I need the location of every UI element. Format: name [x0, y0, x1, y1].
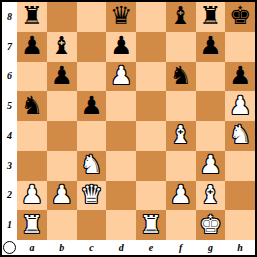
black-knight-a5[interactable]: ♞ [21, 93, 43, 118]
square-b6[interactable]: ♟ [47, 62, 77, 92]
square-b2[interactable]: ♟ [47, 181, 77, 211]
white-king-g1[interactable]: ♚ [199, 212, 221, 237]
square-b1[interactable] [47, 210, 77, 240]
white-pawn-a2[interactable]: ♟ [21, 182, 43, 207]
square-d6[interactable]: ♟ [106, 62, 136, 92]
square-g1[interactable]: ♚ [196, 210, 226, 240]
white-pawn-h5[interactable]: ♟ [229, 93, 251, 118]
black-knight-f6[interactable]: ♞ [169, 63, 191, 88]
square-e8[interactable] [136, 2, 166, 32]
rank-label-1: 1 [2, 210, 17, 240]
file-label-a: a [17, 240, 47, 255]
black-rook-a8[interactable]: ♜ [21, 3, 43, 28]
square-d1[interactable] [106, 210, 136, 240]
square-h3[interactable] [225, 151, 255, 181]
white-rook-a1[interactable]: ♜ [21, 212, 43, 237]
square-g3[interactable]: ♟ [196, 151, 226, 181]
black-pawn-c5[interactable]: ♟ [80, 93, 102, 118]
white-queen-c2[interactable]: ♛ [80, 182, 102, 207]
white-pawn-b2[interactable]: ♟ [50, 182, 72, 207]
square-a4[interactable] [17, 121, 47, 151]
chess-diagram: 8♜♛♝♜♚7♟♝♟♟6♟♟♞♟5♞♟♟4♝♞3♞♟2♟♟♛♟♝1♜♜♚abcd… [0, 0, 257, 257]
rank-label-4: 4 [2, 121, 17, 151]
square-a2[interactable]: ♟ [17, 181, 47, 211]
square-c6[interactable] [77, 62, 107, 92]
square-g8[interactable]: ♜ [196, 2, 226, 32]
square-a5[interactable]: ♞ [17, 91, 47, 121]
square-h7[interactable] [225, 32, 255, 62]
square-b7[interactable]: ♝ [47, 32, 77, 62]
file-label-g: g [196, 240, 226, 255]
black-queen-d8[interactable]: ♛ [110, 3, 132, 28]
file-label-c: c [77, 240, 107, 255]
turn-indicator-cell [2, 240, 17, 255]
square-e1[interactable]: ♜ [136, 210, 166, 240]
black-pawn-a7[interactable]: ♟ [21, 33, 43, 58]
square-h2[interactable] [225, 181, 255, 211]
square-d5[interactable] [106, 91, 136, 121]
square-a1[interactable]: ♜ [17, 210, 47, 240]
file-label-h: h [225, 240, 255, 255]
rank-label-7: 7 [2, 32, 17, 62]
square-g4[interactable] [196, 121, 226, 151]
rank-label-3: 3 [2, 151, 17, 181]
white-to-move-icon [3, 241, 16, 254]
rank-label-5: 5 [2, 91, 17, 121]
square-f5[interactable] [166, 91, 196, 121]
rank-label-6: 6 [2, 62, 17, 92]
square-b8[interactable] [47, 2, 77, 32]
black-king-h8[interactable]: ♚ [229, 3, 251, 28]
black-pawn-b6[interactable]: ♟ [50, 63, 72, 88]
square-d7[interactable]: ♟ [106, 32, 136, 62]
black-bishop-b7[interactable]: ♝ [50, 33, 72, 58]
square-a3[interactable] [17, 151, 47, 181]
square-h5[interactable]: ♟ [225, 91, 255, 121]
white-pawn-f2[interactable]: ♟ [169, 182, 191, 207]
square-h1[interactable] [225, 210, 255, 240]
square-c4[interactable] [77, 121, 107, 151]
white-pawn-g3[interactable]: ♟ [199, 152, 221, 177]
square-g5[interactable] [196, 91, 226, 121]
square-a8[interactable]: ♜ [17, 2, 47, 32]
square-d2[interactable] [106, 181, 136, 211]
square-e2[interactable] [136, 181, 166, 211]
white-bishop-g2[interactable]: ♝ [199, 182, 221, 207]
square-d4[interactable] [106, 121, 136, 151]
square-h8[interactable]: ♚ [225, 2, 255, 32]
rank-label-8: 8 [2, 2, 17, 32]
square-g6[interactable] [196, 62, 226, 92]
square-f3[interactable] [166, 151, 196, 181]
square-h6[interactable]: ♟ [225, 62, 255, 92]
black-bishop-f8[interactable]: ♝ [169, 3, 191, 28]
square-c7[interactable] [77, 32, 107, 62]
square-f8[interactable]: ♝ [166, 2, 196, 32]
square-e3[interactable] [136, 151, 166, 181]
square-c1[interactable] [77, 210, 107, 240]
square-b3[interactable] [47, 151, 77, 181]
board-with-coordinates: 8♜♛♝♜♚7♟♝♟♟6♟♟♞♟5♞♟♟4♝♞3♞♟2♟♟♛♟♝1♜♜♚abcd… [2, 2, 255, 255]
file-label-e: e [136, 240, 166, 255]
square-a7[interactable]: ♟ [17, 32, 47, 62]
square-a6[interactable] [17, 62, 47, 92]
square-f6[interactable]: ♞ [166, 62, 196, 92]
square-e4[interactable] [136, 121, 166, 151]
square-b5[interactable] [47, 91, 77, 121]
white-knight-h4[interactable]: ♞ [229, 122, 251, 147]
square-f1[interactable] [166, 210, 196, 240]
square-b4[interactable] [47, 121, 77, 151]
square-h4[interactable]: ♞ [225, 121, 255, 151]
square-c2[interactable]: ♛ [77, 181, 107, 211]
black-pawn-g7[interactable]: ♟ [199, 33, 221, 58]
file-label-f: f [166, 240, 196, 255]
square-d8[interactable]: ♛ [106, 2, 136, 32]
square-c5[interactable]: ♟ [77, 91, 107, 121]
square-f2[interactable]: ♟ [166, 181, 196, 211]
square-f4[interactable]: ♝ [166, 121, 196, 151]
white-rook-e1[interactable]: ♜ [140, 212, 162, 237]
file-label-b: b [47, 240, 77, 255]
square-c3[interactable]: ♞ [77, 151, 107, 181]
white-pawn-d6[interactable]: ♟ [110, 63, 132, 88]
square-f7[interactable] [166, 32, 196, 62]
rank-label-2: 2 [2, 181, 17, 211]
square-g7[interactable]: ♟ [196, 32, 226, 62]
file-label-d: d [106, 240, 136, 255]
white-knight-c3[interactable]: ♞ [80, 152, 102, 177]
black-pawn-d7[interactable]: ♟ [110, 33, 132, 58]
square-g2[interactable]: ♝ [196, 181, 226, 211]
black-rook-g8[interactable]: ♜ [199, 3, 221, 28]
white-bishop-f4[interactable]: ♝ [169, 122, 191, 147]
square-e6[interactable] [136, 62, 166, 92]
square-e5[interactable] [136, 91, 166, 121]
square-c8[interactable] [77, 2, 107, 32]
black-pawn-h6[interactable]: ♟ [229, 63, 251, 88]
square-e7[interactable] [136, 32, 166, 62]
square-d3[interactable] [106, 151, 136, 181]
